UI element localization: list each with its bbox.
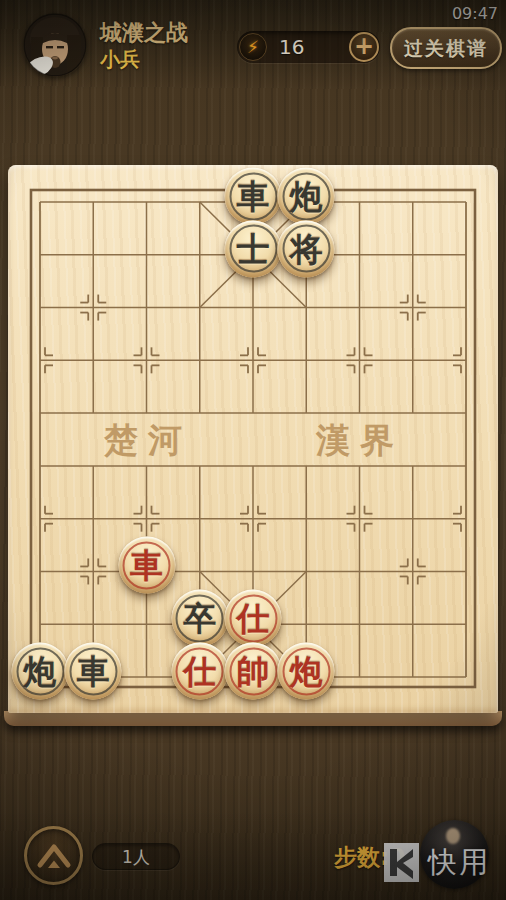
stage-title: 城濮之战 <box>100 19 188 47</box>
piece-red-車[interactable]: 車 <box>118 537 175 594</box>
piece-black-炮[interactable]: 炮 <box>278 168 335 225</box>
energy-bar: ⚡ 16 + <box>237 31 380 63</box>
add-energy-button[interactable]: + <box>349 32 379 62</box>
player-avatar[interactable] <box>23 13 87 77</box>
piece-red-帥[interactable]: 帥 <box>225 643 282 700</box>
kuaiyong-logo-icon <box>384 843 419 882</box>
energy-count: 16 <box>279 35 304 59</box>
piece-black-士[interactable]: 士 <box>225 220 282 277</box>
expand-menu-button[interactable] <box>24 826 83 885</box>
piece-red-仕[interactable]: 仕 <box>225 590 282 647</box>
online-players-badge[interactable]: 1人 <box>92 843 180 870</box>
xiangqi-board[interactable]: 楚河 漢界 車炮士将車卒仕炮車仕帥炮 <box>8 165 498 713</box>
chevron-up-icon <box>34 838 74 874</box>
pieces-layer: 車炮士将車卒仕炮車仕帥炮 <box>8 165 498 713</box>
piece-red-炮[interactable]: 炮 <box>278 643 335 700</box>
watermark-text: 快用 <box>428 843 490 883</box>
piece-black-炮[interactable]: 炮 <box>12 643 69 700</box>
game-screen: 城濮之战 小兵 ⚡ 16 + 过关棋谱 09:47 楚河 漢界 車炮士将車卒仕炮… <box>0 0 506 900</box>
board-edge <box>4 711 502 726</box>
avatar-image <box>23 13 87 77</box>
system-clock: 09:47 <box>452 4 498 23</box>
puzzle-records-button[interactable]: 过关棋谱 <box>390 27 502 69</box>
piece-black-卒[interactable]: 卒 <box>171 590 228 647</box>
piece-red-仕[interactable]: 仕 <box>171 643 228 700</box>
lightning-icon: ⚡ <box>239 33 267 61</box>
piece-black-車[interactable]: 車 <box>65 643 122 700</box>
piece-black-将[interactable]: 将 <box>278 220 335 277</box>
piece-black-車[interactable]: 車 <box>225 168 282 225</box>
rank-label: 小兵 <box>100 47 188 72</box>
